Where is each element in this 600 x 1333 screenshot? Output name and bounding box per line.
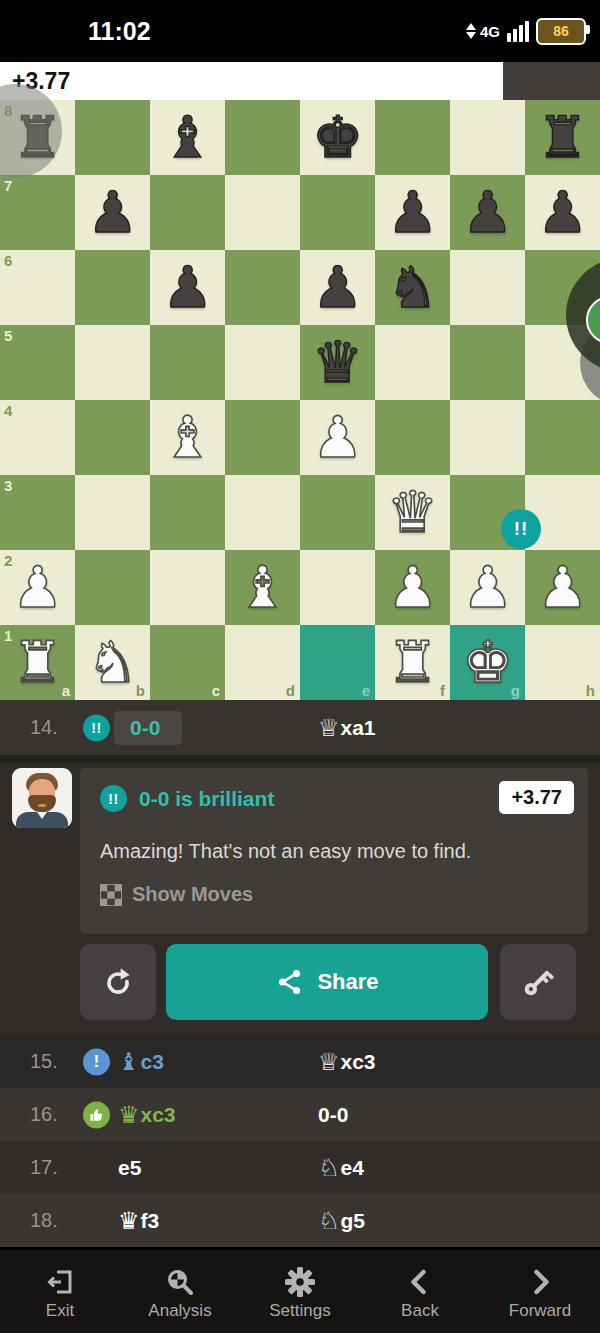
knight-figurine: ♘ <box>318 1154 340 1182</box>
square-b7[interactable]: ♟ <box>75 175 150 250</box>
thumbs-up-icon <box>89 1107 104 1122</box>
piece-black-queen: ♛ <box>300 325 375 400</box>
piece-black-pawn: ♟ <box>450 175 525 250</box>
signal-icon <box>507 20 529 42</box>
queen-figurine: ♛ <box>118 1101 140 1129</box>
rank-label-2: 2 <box>4 552 12 569</box>
move-number: 15. <box>30 1035 58 1088</box>
square-d8[interactable] <box>225 100 300 175</box>
square-h7[interactable]: ♟ <box>525 175 600 250</box>
square-c2[interactable] <box>150 550 225 625</box>
piece-black-rook: ♜ <box>525 100 600 175</box>
file-label-c: c <box>212 682 220 699</box>
rank-label-4: 4 <box>4 402 12 419</box>
square-b1[interactable]: b♞ <box>75 625 150 700</box>
square-g4[interactable] <box>450 400 525 475</box>
black-move-san[interactable]: ♕xa1 <box>318 700 376 755</box>
square-g1[interactable]: g♚ <box>450 625 525 700</box>
data-arrows-icon <box>466 23 476 39</box>
square-c6[interactable]: ♟ <box>150 250 225 325</box>
square-f6[interactable]: ♞ <box>375 250 450 325</box>
rank-label-7: 7 <box>4 177 12 194</box>
piece-white-pawn: ♟ <box>300 400 375 475</box>
square-g2[interactable]: ♟ <box>450 550 525 625</box>
clock-time: 11:02 <box>88 0 151 62</box>
piece-black-pawn: ♟ <box>150 250 225 325</box>
bishop-figurine: ♝ <box>118 1048 140 1076</box>
rank-label-3: 3 <box>4 477 12 494</box>
file-label-a: a <box>62 682 70 699</box>
square-e4[interactable]: ♟ <box>300 400 375 475</box>
square-d6[interactable] <box>225 250 300 325</box>
white-move-san[interactable]: e5 <box>118 1141 141 1194</box>
square-f4[interactable] <box>375 400 450 475</box>
square-f5[interactable] <box>375 325 450 400</box>
share-icon <box>275 967 305 997</box>
share-button[interactable]: Share <box>166 944 488 1020</box>
square-d7[interactable] <box>225 175 300 250</box>
black-move-san[interactable]: ♘g5 <box>318 1194 365 1247</box>
square-c8[interactable]: ♝ <box>150 100 225 175</box>
square-d4[interactable] <box>225 400 300 475</box>
square-b8[interactable] <box>75 100 150 175</box>
comment-text: Amazing! That's not an easy move to find… <box>100 840 570 863</box>
square-g6[interactable] <box>450 250 525 325</box>
coach-comment-card: !! 0-0 is brilliant +3.77 Amazing! That'… <box>80 768 588 934</box>
square-d3[interactable] <box>225 475 300 550</box>
square-f8[interactable] <box>375 100 450 175</box>
battery-icon: 86 <box>536 18 586 45</box>
piece-white-rook: ♜ <box>375 625 450 700</box>
piece-black-pawn: ♟ <box>525 175 600 250</box>
square-a1[interactable]: 1a♜ <box>0 625 75 700</box>
square-f7[interactable]: ♟ <box>375 175 450 250</box>
black-move-san[interactable]: 0-0 <box>318 1088 348 1141</box>
file-label-d: d <box>286 682 295 699</box>
rank-label-6: 6 <box>4 252 12 269</box>
white-move-san[interactable]: ♛xc3 <box>118 1088 176 1141</box>
square-g5[interactable] <box>450 325 525 400</box>
piece-black-pawn: ♟ <box>300 250 375 325</box>
move-row-18: 18. ♛f3 ♘g5 <box>0 1194 600 1247</box>
evaluation-bar-black-portion <box>503 62 600 100</box>
square-h4[interactable] <box>525 400 600 475</box>
square-a7[interactable]: 7 <box>0 175 75 250</box>
square-f2[interactable]: ♟ <box>375 550 450 625</box>
analysis-icon <box>164 1266 196 1298</box>
key-button[interactable] <box>500 944 576 1020</box>
square-f1[interactable]: f♜ <box>375 625 450 700</box>
square-g7[interactable]: ♟ <box>450 175 525 250</box>
nav-exit[interactable]: Exit <box>0 1250 120 1333</box>
square-b3[interactable] <box>75 475 150 550</box>
square-a4[interactable]: 4 <box>0 400 75 475</box>
square-a6[interactable]: 6 <box>0 250 75 325</box>
piece-black-pawn: ♟ <box>75 175 150 250</box>
black-move-san[interactable]: ♕xc3 <box>318 1035 376 1088</box>
square-d5[interactable] <box>225 325 300 400</box>
move-row-15: 15. ! ♝c3 ♕xc3 <box>0 1035 600 1088</box>
piece-white-bishop: ♝ <box>150 400 225 475</box>
square-d1[interactable]: d <box>225 625 300 700</box>
square-e2[interactable] <box>300 550 375 625</box>
square-e1[interactable]: e <box>300 625 375 700</box>
queen-figurine: ♛ <box>118 1207 140 1235</box>
move-row-14: 14. !! 0-0 ♕xa1 <box>0 700 600 763</box>
excellent-move-icon <box>83 1101 110 1128</box>
brilliant-icon: !! <box>100 785 127 812</box>
move-number: 14. <box>30 700 58 755</box>
coach-section: !! 0-0 is brilliant +3.77 Amazing! That'… <box>0 763 600 1035</box>
show-moves-button[interactable]: Show Moves <box>100 883 253 906</box>
square-b4[interactable] <box>75 400 150 475</box>
square-h8[interactable]: ♜ <box>525 100 600 175</box>
file-label-b: b <box>136 682 145 699</box>
square-g8[interactable] <box>450 100 525 175</box>
checkerboard-icon <box>100 884 122 906</box>
square-b5[interactable] <box>75 325 150 400</box>
move-number: 16. <box>30 1088 58 1141</box>
evaluation-bar: +3.77 <box>0 62 600 100</box>
square-b6[interactable] <box>75 250 150 325</box>
square-c7[interactable] <box>150 175 225 250</box>
square-c4[interactable]: ♝ <box>150 400 225 475</box>
file-label-g: g <box>511 682 520 699</box>
square-h1[interactable]: h <box>525 625 600 700</box>
nav-back[interactable]: Back <box>360 1250 480 1333</box>
square-a5[interactable]: 5 <box>0 325 75 400</box>
file-label-f: f <box>440 682 445 699</box>
queen-figurine: ♕ <box>318 1048 340 1076</box>
status-icons: 4G 86 <box>466 0 586 62</box>
brilliant-icon: !! <box>83 714 110 741</box>
square-e5[interactable]: ♛ <box>300 325 375 400</box>
square-f3[interactable]: ♛ <box>375 475 450 550</box>
comment-headline: 0-0 is brilliant <box>139 787 274 811</box>
nav-analysis[interactable]: Analysis <box>120 1250 240 1333</box>
brilliant-move-badge: !! <box>501 509 541 549</box>
square-b2[interactable] <box>75 550 150 625</box>
piece-black-bishop: ♝ <box>150 100 225 175</box>
rank-label-1: 1 <box>4 627 12 644</box>
queen-figurine: ♕ <box>318 714 340 742</box>
network-type: 4G <box>480 23 500 40</box>
square-e3[interactable] <box>300 475 375 550</box>
piece-black-pawn: ♟ <box>375 175 450 250</box>
chess-board[interactable]: 8♜♝♚♜7♟♟♟♟6♟♟♞5♛4♝♟3♛2♟♝♟♟♟1a♜b♞cdef♜g♚h <box>0 100 600 700</box>
chevron-right-icon <box>524 1266 556 1298</box>
eval-badge: +3.77 <box>499 781 574 814</box>
nav-forward[interactable]: Forward <box>480 1250 600 1333</box>
chevron-left-icon <box>404 1266 436 1298</box>
white-move-san[interactable]: ♝c3 <box>118 1035 164 1088</box>
piece-black-king: ♚ <box>300 100 375 175</box>
coach-avatar <box>12 768 72 828</box>
black-move-san[interactable]: ♘e4 <box>318 1141 364 1194</box>
white-move-selected[interactable]: 0-0 <box>114 711 182 745</box>
move-number: 17. <box>30 1141 58 1194</box>
square-a3[interactable]: 3 <box>0 475 75 550</box>
gear-icon <box>284 1266 316 1298</box>
move-number: 18. <box>30 1194 58 1247</box>
share-label: Share <box>317 969 378 995</box>
square-d2[interactable]: ♝ <box>225 550 300 625</box>
square-a2[interactable]: 2♟ <box>0 550 75 625</box>
square-c1[interactable]: c <box>150 625 225 700</box>
square-c3[interactable] <box>150 475 225 550</box>
action-buttons: Share <box>0 944 600 1020</box>
rank-label-5: 5 <box>4 327 12 344</box>
square-h2[interactable]: ♟ <box>525 550 600 625</box>
bottom-nav: Exit Analysis <box>0 1247 600 1333</box>
piece-white-bishop: ♝ <box>225 550 300 625</box>
piece-black-knight: ♞ <box>375 250 450 325</box>
piece-white-pawn: ♟ <box>375 550 450 625</box>
move-row-17: 17. e5 ♘e4 <box>0 1141 600 1194</box>
chess-analysis-screen: 11:02 4G 86 +3.77 8♜♝♚♜7♟♟♟♟6♟♟♞5♛4♝♟3♛2… <box>0 0 600 1333</box>
square-e6[interactable]: ♟ <box>300 250 375 325</box>
knight-figurine: ♘ <box>318 1207 340 1235</box>
square-c5[interactable] <box>150 325 225 400</box>
piece-white-queen: ♛ <box>375 475 450 550</box>
file-label-h: h <box>586 682 595 699</box>
piece-white-pawn: ♟ <box>525 550 600 625</box>
piece-white-pawn: ♟ <box>450 550 525 625</box>
white-move-san[interactable]: ♛f3 <box>118 1194 159 1247</box>
exit-icon <box>44 1266 76 1298</box>
status-bar: 11:02 4G 86 <box>0 0 600 62</box>
square-e7[interactable] <box>300 175 375 250</box>
nav-settings[interactable]: Settings <box>240 1250 360 1333</box>
retry-icon <box>101 965 135 999</box>
move-row-16: 16. ♛xc3 0-0 <box>0 1088 600 1141</box>
square-e8[interactable]: ♚ <box>300 100 375 175</box>
great-move-icon: ! <box>83 1048 110 1075</box>
file-label-e: e <box>362 682 370 699</box>
key-icon <box>521 965 555 999</box>
retry-button[interactable] <box>80 944 156 1020</box>
